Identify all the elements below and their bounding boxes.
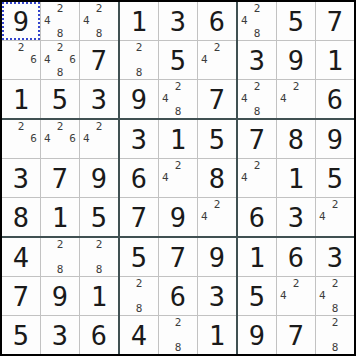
cell-value: 1 — [249, 244, 265, 271]
pencilmark-8: 8 — [329, 302, 342, 315]
pencilmark-4: 4 — [80, 133, 93, 146]
pencilmark-6 — [105, 133, 118, 146]
pencilmarks: 28 — [159, 316, 197, 354]
pencilmarks: 28 — [41, 238, 79, 276]
cell-r1c1[interactable]: 9 — [2, 2, 40, 40]
pencilmark-5 — [54, 15, 67, 28]
pencilmark-8: 8 — [93, 263, 106, 276]
pencilmark-8 — [172, 184, 185, 197]
cell-r7c6[interactable]: 9 — [198, 238, 236, 276]
pencilmark-3 — [27, 120, 40, 133]
cell-value: 6 — [131, 165, 147, 192]
pencilmark-3 — [302, 277, 315, 290]
cell-r7c1[interactable]: 4 — [2, 238, 40, 276]
cell-r5c1[interactable]: 3 — [2, 159, 40, 197]
cell-value: 5 — [249, 283, 265, 310]
cell-r5c7[interactable]: 24 — [238, 159, 276, 197]
cell-value: 1 — [52, 204, 68, 231]
pencilmark-4: 4 — [198, 211, 211, 224]
pencilmark-6: 6 — [66, 54, 79, 67]
pencilmark-9 — [223, 223, 236, 236]
box-8: 57928634281 — [120, 238, 236, 354]
pencilmark-6 — [341, 211, 354, 224]
cell-value: 9 — [170, 204, 186, 231]
cell-r6c8[interactable]: 3 — [277, 198, 315, 236]
pencilmark-5 — [15, 54, 28, 67]
pencilmark-1 — [238, 2, 251, 15]
pencilmark-5 — [172, 172, 185, 185]
pencilmark-4: 4 — [159, 172, 172, 185]
cell-value: 7 — [13, 283, 29, 310]
box-7: 42828791536 — [2, 238, 118, 354]
cell-r8c5[interactable]: 6 — [159, 277, 197, 315]
cell-r1c5[interactable]: 3 — [159, 2, 197, 40]
cell-r4c9[interactable]: 9 — [316, 120, 354, 158]
cell-r1c6[interactable]: 6 — [198, 2, 236, 40]
pencilmark-4 — [80, 251, 93, 264]
cell-r6c4[interactable]: 7 — [120, 198, 158, 236]
cell-r8c3[interactable]: 1 — [80, 277, 118, 315]
pencilmark-3 — [184, 159, 197, 172]
cell-r6c5[interactable]: 9 — [159, 198, 197, 236]
cell-value: 5 — [170, 47, 186, 74]
pencilmark-9 — [223, 66, 236, 79]
pencilmark-8: 8 — [172, 105, 185, 118]
pencilmark-4: 4 — [316, 211, 329, 224]
pencilmark-5 — [290, 290, 303, 303]
cell-r5c9[interactable]: 5 — [316, 159, 354, 197]
cell-r6c2[interactable]: 1 — [41, 198, 79, 236]
cell-r7c7[interactable]: 1 — [238, 238, 276, 276]
pencilmark-5 — [15, 133, 28, 146]
pencilmark-8 — [93, 145, 106, 158]
cell-value: 5 — [52, 86, 68, 113]
pencilmark-6 — [105, 15, 118, 28]
pencilmarks: 24 — [316, 198, 354, 236]
pencilmark-6 — [341, 329, 354, 342]
cell-value: 9 — [209, 244, 225, 271]
cell-r5c6[interactable]: 8 — [198, 159, 236, 197]
cell-value: 8 — [209, 165, 225, 192]
pencilmark-7 — [238, 184, 251, 197]
pencilmark-4: 4 — [316, 290, 329, 303]
pencilmark-5 — [329, 211, 342, 224]
pencilmark-6: 6 — [27, 54, 40, 67]
cell-r8c6[interactable]: 3 — [198, 277, 236, 315]
pencilmark-2: 2 — [329, 316, 342, 329]
cell-r4c1[interactable]: 26 — [2, 120, 40, 158]
cell-value: 5 — [131, 244, 147, 271]
pencilmark-4 — [120, 54, 133, 67]
cell-r2c7[interactable]: 3 — [238, 41, 276, 79]
pencilmark-9 — [341, 223, 354, 236]
cell-r8c1[interactable]: 7 — [2, 277, 40, 315]
cell-value: 3 — [131, 126, 147, 153]
pencilmark-7 — [120, 302, 133, 315]
pencilmark-1 — [159, 80, 172, 93]
pencilmarks: 246 — [41, 120, 79, 158]
cell-value: 9 — [52, 283, 68, 310]
pencilmarks: 248 — [159, 80, 197, 118]
pencilmarks: 2468 — [41, 41, 79, 79]
pencilmark-7 — [41, 263, 54, 276]
cell-value: 6 — [209, 8, 225, 35]
pencilmark-6 — [302, 93, 315, 106]
cell-r1c2[interactable]: 248 — [41, 2, 79, 40]
pencilmark-3 — [105, 2, 118, 15]
pencilmark-5 — [251, 15, 264, 28]
cell-r7c3[interactable]: 28 — [80, 238, 118, 276]
pencilmark-2: 2 — [172, 316, 185, 329]
cell-value: 1 — [91, 283, 107, 310]
cell-r1c8[interactable]: 5 — [277, 2, 315, 40]
pencilmark-4 — [2, 133, 15, 146]
cell-r5c2[interactable]: 7 — [41, 159, 79, 197]
pencilmark-8: 8 — [93, 27, 106, 40]
cell-r4c6[interactable]: 5 — [198, 120, 236, 158]
pencilmark-5 — [251, 172, 264, 185]
cell-r1c3[interactable]: 248 — [80, 2, 118, 40]
cell-value: 7 — [327, 8, 343, 35]
cell-value: 9 — [327, 126, 343, 153]
pencilmark-7 — [198, 66, 211, 79]
box-5: 31562487924 — [120, 120, 236, 236]
pencilmark-8: 8 — [54, 66, 67, 79]
pencilmark-9 — [145, 66, 158, 79]
pencilmark-9 — [184, 341, 197, 354]
pencilmark-6 — [223, 211, 236, 224]
pencilmark-5 — [93, 133, 106, 146]
cell-r7c2[interactable]: 28 — [41, 238, 79, 276]
pencilmark-5 — [211, 211, 224, 224]
cell-value: 3 — [249, 47, 265, 74]
cell-r2c2[interactable]: 2468 — [41, 41, 79, 79]
pencilmarks: 248 — [316, 277, 354, 315]
pencilmark-3 — [184, 316, 197, 329]
pencilmark-9 — [341, 302, 354, 315]
pencilmark-6 — [263, 15, 276, 28]
cell-r8c8[interactable]: 24 — [277, 277, 315, 315]
pencilmark-1 — [2, 120, 15, 133]
pencilmark-2: 2 — [251, 80, 264, 93]
pencilmark-8: 8 — [54, 27, 67, 40]
pencilmark-1 — [41, 2, 54, 15]
cell-value: 9 — [288, 47, 304, 74]
cell-r4c3[interactable]: 24 — [80, 120, 118, 158]
pencilmark-9 — [66, 263, 79, 276]
cell-value: 5 — [288, 8, 304, 35]
cell-r1c9[interactable]: 7 — [316, 2, 354, 40]
pencilmark-4: 4 — [238, 93, 251, 106]
pencilmark-3 — [145, 41, 158, 54]
cell-r9c1[interactable]: 5 — [2, 316, 40, 354]
cell-value: 6 — [170, 283, 186, 310]
pencilmark-1 — [238, 80, 251, 93]
pencilmarks: 26 — [2, 120, 40, 158]
cell-value: 7 — [91, 47, 107, 74]
pencilmark-1 — [198, 41, 211, 54]
pencilmark-9 — [66, 66, 79, 79]
pencilmarks: 24 — [80, 120, 118, 158]
pencilmark-5 — [172, 329, 185, 342]
cell-value: 7 — [52, 165, 68, 192]
pencilmark-7 — [41, 145, 54, 158]
pencilmark-7 — [80, 263, 93, 276]
pencilmark-4: 4 — [277, 93, 290, 106]
cell-r9c6[interactable]: 1 — [198, 316, 236, 354]
pencilmark-8: 8 — [172, 341, 185, 354]
pencilmark-3 — [223, 198, 236, 211]
pencilmark-3 — [27, 41, 40, 54]
pencilmark-7 — [238, 27, 251, 40]
pencilmarks: 28 — [316, 316, 354, 354]
cell-r4c7[interactable]: 7 — [238, 120, 276, 158]
cell-r5c3[interactable]: 9 — [80, 159, 118, 197]
cell-r1c4[interactable]: 1 — [120, 2, 158, 40]
pencilmark-8: 8 — [133, 302, 146, 315]
cell-r2c1[interactable]: 26 — [2, 41, 40, 79]
cell-r2c6[interactable]: 24 — [198, 41, 236, 79]
cell-value: 7 — [209, 86, 225, 113]
pencilmark-3 — [105, 238, 118, 251]
cell-r2c8[interactable]: 9 — [277, 41, 315, 79]
pencilmark-4: 4 — [41, 54, 54, 67]
cell-r9c4[interactable]: 4 — [120, 316, 158, 354]
sudoku-board: 9248248262468715313628524924872485739124… — [0, 0, 356, 356]
cell-r9c9[interactable]: 28 — [316, 316, 354, 354]
cell-r4c4[interactable]: 3 — [120, 120, 158, 158]
cell-r9c2[interactable]: 3 — [41, 316, 79, 354]
cell-r3c8[interactable]: 24 — [277, 80, 315, 118]
pencilmark-2: 2 — [54, 120, 67, 133]
pencilmark-9 — [184, 105, 197, 118]
pencilmarks: 24 — [277, 80, 315, 118]
pencilmark-6 — [66, 251, 79, 264]
cell-r6c7[interactable]: 6 — [238, 198, 276, 236]
pencilmark-4: 4 — [159, 93, 172, 106]
cell-r2c9[interactable]: 1 — [316, 41, 354, 79]
pencilmark-4 — [41, 251, 54, 264]
pencilmark-4 — [316, 329, 329, 342]
cell-r3c9[interactable]: 6 — [316, 80, 354, 118]
pencilmark-3 — [105, 120, 118, 133]
pencilmark-7 — [277, 105, 290, 118]
pencilmark-8 — [211, 66, 224, 79]
pencilmark-2: 2 — [290, 277, 303, 290]
cell-value: 9 — [91, 165, 107, 192]
pencilmark-5 — [133, 54, 146, 67]
pencilmark-7 — [120, 66, 133, 79]
pencilmark-2: 2 — [93, 238, 106, 251]
pencilmark-7 — [159, 184, 172, 197]
pencilmark-6 — [263, 172, 276, 185]
pencilmark-1 — [41, 120, 54, 133]
cell-r6c3[interactable]: 5 — [80, 198, 118, 236]
pencilmark-6 — [184, 172, 197, 185]
cell-r8c2[interactable]: 9 — [41, 277, 79, 315]
pencilmark-2: 2 — [54, 238, 67, 251]
pencilmark-7 — [2, 66, 15, 79]
cell-r7c9[interactable]: 3 — [316, 238, 354, 276]
pencilmark-8: 8 — [251, 105, 264, 118]
pencilmark-7 — [41, 66, 54, 79]
cell-value: 7 — [249, 126, 265, 153]
pencilmark-3 — [223, 41, 236, 54]
pencilmark-5 — [54, 54, 67, 67]
cell-r9c7[interactable]: 9 — [238, 316, 276, 354]
pencilmark-4: 4 — [41, 133, 54, 146]
cell-value: 1 — [131, 8, 147, 35]
pencilmark-8: 8 — [133, 66, 146, 79]
pencilmark-3 — [66, 2, 79, 15]
pencilmark-6: 6 — [66, 133, 79, 146]
box-3: 24857391248246 — [238, 2, 354, 118]
pencilmark-9 — [66, 27, 79, 40]
cell-value: 3 — [288, 204, 304, 231]
cell-r3c3[interactable]: 3 — [80, 80, 118, 118]
cell-value: 1 — [13, 86, 29, 113]
cell-value: 9 — [13, 8, 29, 35]
cell-r3c2[interactable]: 5 — [41, 80, 79, 118]
pencilmarks: 28 — [120, 41, 158, 79]
cell-r6c6[interactable]: 24 — [198, 198, 236, 236]
cell-r3c1[interactable]: 1 — [2, 80, 40, 118]
cell-value: 7 — [170, 244, 186, 271]
pencilmark-7 — [80, 145, 93, 158]
cell-value: 3 — [52, 322, 68, 349]
cell-value: 7 — [288, 322, 304, 349]
cell-value: 4 — [13, 244, 29, 271]
cell-value: 3 — [170, 8, 186, 35]
pencilmark-1 — [277, 277, 290, 290]
cell-value: 9 — [249, 322, 265, 349]
cell-r9c8[interactable]: 7 — [277, 316, 315, 354]
pencilmark-9 — [341, 341, 354, 354]
pencilmark-1 — [120, 277, 133, 290]
pencilmark-5 — [133, 290, 146, 303]
cell-r9c3[interactable]: 6 — [80, 316, 118, 354]
cell-r3c7[interactable]: 248 — [238, 80, 276, 118]
pencilmarks: 248 — [238, 2, 276, 40]
pencilmark-5 — [93, 15, 106, 28]
pencilmark-5 — [211, 54, 224, 67]
pencilmark-8: 8 — [54, 263, 67, 276]
pencilmark-8 — [15, 145, 28, 158]
pencilmark-2: 2 — [54, 41, 67, 54]
cell-value: 4 — [131, 322, 147, 349]
pencilmark-2: 2 — [211, 41, 224, 54]
cell-r2c3[interactable]: 7 — [80, 41, 118, 79]
pencilmark-6 — [145, 54, 158, 67]
pencilmark-6 — [145, 290, 158, 303]
pencilmark-3 — [66, 238, 79, 251]
pencilmark-4 — [2, 54, 15, 67]
pencilmark-6 — [263, 93, 276, 106]
cell-value: 1 — [209, 322, 225, 349]
pencilmark-2: 2 — [15, 41, 28, 54]
cell-r2c4[interactable]: 28 — [120, 41, 158, 79]
pencilmark-7 — [316, 341, 329, 354]
pencilmark-6: 6 — [27, 133, 40, 146]
pencilmark-1 — [316, 316, 329, 329]
pencilmark-7 — [80, 27, 93, 40]
pencilmark-2: 2 — [172, 159, 185, 172]
cell-value: 9 — [131, 86, 147, 113]
cell-r6c1[interactable]: 8 — [2, 198, 40, 236]
cell-r5c8[interactable]: 1 — [277, 159, 315, 197]
pencilmarks: 24 — [159, 159, 197, 197]
cell-r4c8[interactable]: 8 — [277, 120, 315, 158]
pencilmarks: 28 — [80, 238, 118, 276]
cell-value: 3 — [327, 244, 343, 271]
pencilmark-4: 4 — [238, 15, 251, 28]
pencilmark-1 — [277, 80, 290, 93]
pencilmark-9 — [263, 27, 276, 40]
pencilmark-2: 2 — [251, 159, 264, 172]
pencilmark-9 — [302, 302, 315, 315]
pencilmark-2: 2 — [172, 80, 185, 93]
pencilmark-1 — [316, 277, 329, 290]
cell-r6c9[interactable]: 24 — [316, 198, 354, 236]
pencilmark-6 — [105, 251, 118, 264]
cell-r1c7[interactable]: 248 — [238, 2, 276, 40]
cell-r5c4[interactable]: 6 — [120, 159, 158, 197]
pencilmark-2: 2 — [290, 80, 303, 93]
box-2: 1362852492487 — [120, 2, 236, 118]
pencilmark-5 — [290, 93, 303, 106]
pencilmark-3 — [341, 316, 354, 329]
cell-r8c7[interactable]: 5 — [238, 277, 276, 315]
cell-value: 8 — [13, 204, 29, 231]
cell-r5c5[interactable]: 24 — [159, 159, 197, 197]
pencilmark-6 — [66, 15, 79, 28]
cell-r8c4[interactable]: 28 — [120, 277, 158, 315]
cell-r2c5[interactable]: 5 — [159, 41, 197, 79]
cell-r7c5[interactable]: 7 — [159, 238, 197, 276]
cell-r3c4[interactable]: 9 — [120, 80, 158, 118]
pencilmark-7 — [41, 27, 54, 40]
cell-r3c5[interactable]: 248 — [159, 80, 197, 118]
pencilmark-7 — [316, 302, 329, 315]
cell-value: 6 — [288, 244, 304, 271]
pencilmarks: 248 — [238, 80, 276, 118]
cell-r7c8[interactable]: 6 — [277, 238, 315, 276]
pencilmark-9 — [263, 105, 276, 118]
cell-r3c6[interactable]: 7 — [198, 80, 236, 118]
pencilmark-7 — [316, 223, 329, 236]
pencilmark-5 — [93, 251, 106, 264]
pencilmark-3 — [66, 41, 79, 54]
cell-r7c4[interactable]: 5 — [120, 238, 158, 276]
cell-r4c2[interactable]: 246 — [41, 120, 79, 158]
pencilmark-2: 2 — [329, 277, 342, 290]
pencilmark-3 — [66, 120, 79, 133]
pencilmark-5 — [54, 251, 67, 264]
pencilmark-1 — [41, 238, 54, 251]
pencilmark-9 — [27, 145, 40, 158]
pencilmark-8 — [251, 184, 264, 197]
cell-value: 6 — [327, 86, 343, 113]
cell-r8c9[interactable]: 248 — [316, 277, 354, 315]
cell-value: 8 — [288, 126, 304, 153]
pencilmark-8: 8 — [329, 341, 342, 354]
cell-value: 5 — [327, 165, 343, 192]
pencilmark-8: 8 — [251, 27, 264, 40]
cell-r9c5[interactable]: 28 — [159, 316, 197, 354]
pencilmark-4: 4 — [238, 172, 251, 185]
pencilmark-4 — [120, 290, 133, 303]
cell-r4c5[interactable]: 1 — [159, 120, 197, 158]
